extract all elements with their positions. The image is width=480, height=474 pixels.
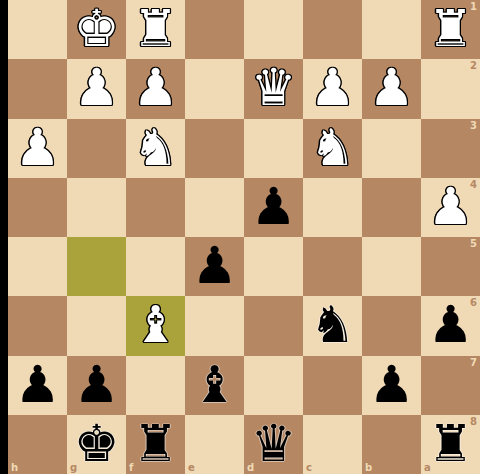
white-king[interactable]: ♚ <box>74 3 120 54</box>
black-king[interactable]: ♚ <box>74 418 120 469</box>
square-g3[interactable] <box>67 119 126 178</box>
square-e3[interactable] <box>185 119 244 178</box>
square-d4[interactable]: ♟ <box>244 178 303 237</box>
white-bishop[interactable]: ♝ <box>133 299 179 350</box>
white-rook[interactable]: ♜ <box>133 3 179 54</box>
file-label-h: h <box>11 463 18 473</box>
square-g2[interactable]: ♟ <box>67 59 126 118</box>
square-g1[interactable]: ♚ <box>67 0 126 59</box>
black-pawn[interactable]: ♟ <box>15 359 61 410</box>
chess-board: ♚♜1♜♟♟♛♟♟2♟♞♞3♟4♟♟5♝♞6♟♟♟♝♟7hg♚f♜ed♛cb8a… <box>8 0 480 474</box>
white-pawn[interactable]: ♟ <box>133 62 179 113</box>
square-d3[interactable] <box>244 119 303 178</box>
square-b2[interactable]: ♟ <box>362 59 421 118</box>
square-g6[interactable] <box>67 296 126 355</box>
square-h1[interactable] <box>8 0 67 59</box>
file-label-b: b <box>365 463 372 473</box>
black-pawn[interactable]: ♟ <box>428 299 474 350</box>
white-pawn[interactable]: ♟ <box>74 62 120 113</box>
square-h7[interactable]: ♟ <box>8 356 67 415</box>
square-f4[interactable] <box>126 178 185 237</box>
square-f2[interactable]: ♟ <box>126 59 185 118</box>
square-d7[interactable] <box>244 356 303 415</box>
square-d2[interactable]: ♛ <box>244 59 303 118</box>
white-pawn[interactable]: ♟ <box>428 181 474 232</box>
square-d1[interactable] <box>244 0 303 59</box>
square-e1[interactable] <box>185 0 244 59</box>
square-h4[interactable] <box>8 178 67 237</box>
square-e4[interactable] <box>185 178 244 237</box>
square-d5[interactable] <box>244 237 303 296</box>
black-pawn[interactable]: ♟ <box>251 181 297 232</box>
black-rook[interactable]: ♜ <box>133 418 179 469</box>
square-c6[interactable]: ♞ <box>303 296 362 355</box>
square-a3[interactable]: 3 <box>421 119 480 178</box>
square-f8[interactable]: f♜ <box>126 415 185 474</box>
square-a6[interactable]: 6♟ <box>421 296 480 355</box>
square-h6[interactable] <box>8 296 67 355</box>
square-c1[interactable] <box>303 0 362 59</box>
square-h5[interactable] <box>8 237 67 296</box>
square-b3[interactable] <box>362 119 421 178</box>
white-pawn[interactable]: ♟ <box>310 62 356 113</box>
black-queen[interactable]: ♛ <box>251 418 297 469</box>
square-f5[interactable] <box>126 237 185 296</box>
white-pawn[interactable]: ♟ <box>369 62 415 113</box>
file-label-c: c <box>306 463 312 473</box>
square-c8[interactable]: c <box>303 415 362 474</box>
black-pawn[interactable]: ♟ <box>74 359 120 410</box>
white-pawn[interactable]: ♟ <box>15 122 61 173</box>
square-a2[interactable]: 2 <box>421 59 480 118</box>
square-c4[interactable] <box>303 178 362 237</box>
black-rook[interactable]: ♜ <box>428 418 474 469</box>
square-h3[interactable]: ♟ <box>8 119 67 178</box>
square-c2[interactable]: ♟ <box>303 59 362 118</box>
square-b7[interactable]: ♟ <box>362 356 421 415</box>
black-bishop[interactable]: ♝ <box>192 359 238 410</box>
square-g8[interactable]: g♚ <box>67 415 126 474</box>
square-a4[interactable]: 4♟ <box>421 178 480 237</box>
square-a7[interactable]: 7 <box>421 356 480 415</box>
square-b1[interactable] <box>362 0 421 59</box>
square-c5[interactable] <box>303 237 362 296</box>
white-rook[interactable]: ♜ <box>428 3 474 54</box>
square-a1[interactable]: 1♜ <box>421 0 480 59</box>
square-d6[interactable] <box>244 296 303 355</box>
square-e6[interactable] <box>185 296 244 355</box>
square-a5[interactable]: 5 <box>421 237 480 296</box>
file-label-e: e <box>188 463 195 473</box>
white-queen[interactable]: ♛ <box>251 62 297 113</box>
black-knight[interactable]: ♞ <box>310 299 356 350</box>
square-c3[interactable]: ♞ <box>303 119 362 178</box>
square-f3[interactable]: ♞ <box>126 119 185 178</box>
square-a8[interactable]: 8a♜ <box>421 415 480 474</box>
square-g5[interactable] <box>67 237 126 296</box>
square-e2[interactable] <box>185 59 244 118</box>
square-h2[interactable] <box>8 59 67 118</box>
square-g7[interactable]: ♟ <box>67 356 126 415</box>
square-f6[interactable]: ♝ <box>126 296 185 355</box>
square-c7[interactable] <box>303 356 362 415</box>
rank-label-7: 7 <box>470 358 477 368</box>
white-knight[interactable]: ♞ <box>133 122 179 173</box>
square-e7[interactable]: ♝ <box>185 356 244 415</box>
square-b8[interactable]: b <box>362 415 421 474</box>
square-e8[interactable]: e <box>185 415 244 474</box>
square-b6[interactable] <box>362 296 421 355</box>
rank-label-3: 3 <box>470 121 477 131</box>
square-e5[interactable]: ♟ <box>185 237 244 296</box>
square-b4[interactable] <box>362 178 421 237</box>
square-g4[interactable] <box>67 178 126 237</box>
square-f7[interactable] <box>126 356 185 415</box>
rank-label-5: 5 <box>470 239 477 249</box>
square-b5[interactable] <box>362 237 421 296</box>
square-f1[interactable]: ♜ <box>126 0 185 59</box>
square-d8[interactable]: d♛ <box>244 415 303 474</box>
black-pawn[interactable]: ♟ <box>369 359 415 410</box>
rank-label-2: 2 <box>470 61 477 71</box>
black-pawn[interactable]: ♟ <box>192 240 238 291</box>
square-h8[interactable]: h <box>8 415 67 474</box>
white-knight[interactable]: ♞ <box>310 122 356 173</box>
